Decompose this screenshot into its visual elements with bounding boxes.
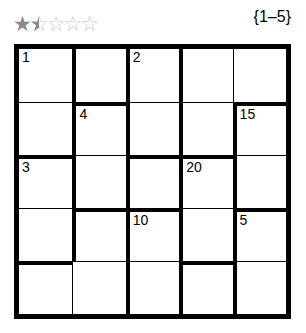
cell-r5c4[interactable]	[179, 261, 232, 314]
cell-r4c1[interactable]	[19, 208, 72, 261]
star-icon: ☆★	[30, 14, 47, 35]
cell-r5c3[interactable]	[126, 261, 179, 314]
puzzle-page: ★☆★☆☆☆ {1–5} 12415320105	[0, 0, 306, 333]
cell-r3c3[interactable]	[126, 155, 179, 208]
cell-r1c1[interactable]: 1	[19, 49, 72, 102]
cage-clue: 15	[240, 107, 256, 122]
star-icon: ☆	[47, 14, 64, 35]
difficulty-rating: ★☆★☆☆☆	[13, 14, 97, 35]
cell-r3c1[interactable]: 3	[19, 155, 72, 208]
cell-r2c3[interactable]	[126, 102, 179, 155]
cage-clue: 20	[186, 160, 202, 175]
cell-r4c2[interactable]	[72, 208, 125, 261]
cage-clue: 1	[22, 50, 30, 65]
cell-r5c2[interactable]	[72, 261, 125, 314]
cell-r4c4[interactable]	[179, 208, 232, 261]
half-star-overlay: ★	[30, 14, 39, 35]
cell-r2c5[interactable]: 15	[233, 102, 286, 155]
cell-r2c2[interactable]: 4	[72, 102, 125, 155]
cage-clue: 3	[22, 160, 30, 175]
cell-r5c5[interactable]	[233, 261, 286, 314]
cell-r3c5[interactable]	[233, 155, 286, 208]
cage-clue: 10	[133, 213, 149, 228]
cage-clue: 4	[79, 107, 87, 122]
cell-r4c3[interactable]: 10	[126, 208, 179, 261]
cage-clue: 2	[133, 50, 141, 65]
cell-r1c3[interactable]: 2	[126, 49, 179, 102]
star-icon: ☆	[80, 14, 97, 35]
star-icon: ☆	[63, 14, 80, 35]
tomtom-grid: 12415320105	[14, 44, 291, 319]
cage-clue: 5	[240, 213, 248, 228]
cell-r1c2[interactable]	[72, 49, 125, 102]
cell-r4c5[interactable]: 5	[233, 208, 286, 261]
cell-r3c2[interactable]	[72, 155, 125, 208]
range-label: {1–5}	[254, 8, 291, 26]
cell-r1c4[interactable]	[179, 49, 232, 102]
cell-r5c1[interactable]	[19, 261, 72, 314]
cell-r3c4[interactable]: 20	[179, 155, 232, 208]
cell-r1c5[interactable]	[233, 49, 286, 102]
cell-r2c1[interactable]	[19, 102, 72, 155]
star-icon: ★	[13, 14, 30, 35]
cell-r2c4[interactable]	[179, 102, 232, 155]
